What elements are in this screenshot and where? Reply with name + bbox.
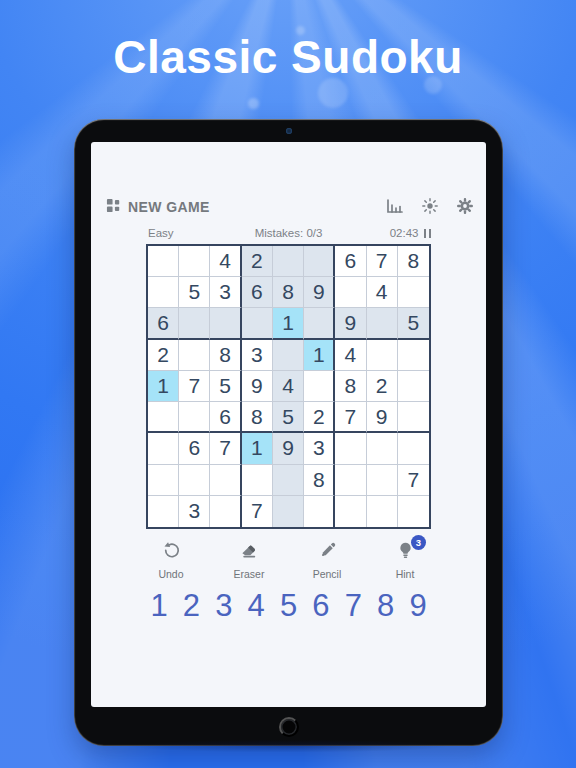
sudoku-cell-r4c1[interactable]: 2 — [148, 340, 179, 371]
sudoku-cell-r6c5[interactable]: 5 — [273, 402, 304, 433]
sudoku-cell-r1c1[interactable] — [148, 246, 179, 277]
sudoku-cell-r9c6[interactable] — [304, 496, 335, 527]
sudoku-cell-r6c9[interactable] — [398, 402, 429, 433]
sudoku-cell-r2c9[interactable] — [398, 277, 429, 308]
statistics-button[interactable] — [386, 198, 404, 217]
app-screen: NEW GAME — [91, 142, 486, 707]
sudoku-cell-r3c2[interactable] — [179, 308, 210, 339]
sudoku-cell-r2c2[interactable]: 5 — [179, 277, 210, 308]
sudoku-cell-r4c8[interactable] — [367, 340, 398, 371]
sudoku-cell-r3c9[interactable]: 5 — [398, 308, 429, 339]
sudoku-cell-r4c9[interactable] — [398, 340, 429, 371]
sudoku-cell-r9c9[interactable] — [398, 496, 429, 527]
sudoku-cell-r6c7[interactable]: 7 — [335, 402, 366, 433]
new-game-grid-icon — [106, 198, 121, 216]
promo-background: Classic Sudoku NEW GAME — [0, 0, 576, 768]
pencil-label: Pencil — [313, 568, 342, 580]
sudoku-cell-r6c8[interactable]: 9 — [367, 402, 398, 433]
new-game-label: NEW GAME — [128, 199, 210, 215]
sudoku-cell-r2c3[interactable]: 3 — [210, 277, 241, 308]
sudoku-board: 4267853689461952831417594826852796719387… — [146, 244, 431, 529]
status-bar: Easy Mistakes: 0/3 02:43 — [146, 227, 431, 242]
header-actions — [386, 197, 474, 218]
sudoku-cell-r5c5[interactable]: 4 — [273, 371, 304, 402]
sudoku-cell-r9c5[interactable] — [273, 496, 304, 527]
hint-label: Hint — [396, 568, 415, 580]
undo-icon — [162, 541, 181, 563]
sudoku-cell-r1c9[interactable]: 8 — [398, 246, 429, 277]
sudoku-cell-r1c2[interactable] — [179, 246, 210, 277]
sudoku-cell-r6c2[interactable] — [179, 402, 210, 433]
sudoku-cell-r1c3[interactable]: 4 — [210, 246, 241, 277]
sudoku-cell-r5c2[interactable]: 7 — [179, 371, 210, 402]
sudoku-cell-r9c2[interactable]: 3 — [179, 496, 210, 527]
numpad-2[interactable]: 2 — [176, 588, 206, 624]
numpad-6[interactable]: 6 — [306, 588, 336, 624]
sudoku-cell-r4c3[interactable]: 8 — [210, 340, 241, 371]
sudoku-cell-r8c3[interactable] — [210, 465, 241, 496]
sudoku-cell-r3c7[interactable]: 9 — [335, 308, 366, 339]
sudoku-cell-r2c5[interactable]: 8 — [273, 277, 304, 308]
sudoku-cell-r6c1[interactable] — [148, 402, 179, 433]
mistakes-label: Mistakes: 0/3 — [146, 227, 431, 239]
sudoku-cell-r9c7[interactable] — [335, 496, 366, 527]
home-button[interactable] — [279, 717, 299, 737]
sudoku-cell-r2c6[interactable]: 9 — [304, 277, 335, 308]
numpad-8[interactable]: 8 — [371, 588, 401, 624]
sudoku-cell-r9c8[interactable] — [367, 496, 398, 527]
sudoku-cell-r5c1[interactable]: 1 — [148, 371, 179, 402]
sudoku-cell-r7c1[interactable] — [148, 433, 179, 464]
sudoku-cell-r7c7[interactable] — [335, 433, 366, 464]
sudoku-cell-r8c7[interactable] — [335, 465, 366, 496]
eraser-button[interactable]: Eraser — [217, 541, 281, 580]
sudoku-cell-r1c7[interactable]: 6 — [335, 246, 366, 277]
sudoku-cell-r1c4[interactable]: 2 — [242, 246, 273, 277]
numpad-1[interactable]: 1 — [144, 588, 174, 624]
sudoku-cell-r7c5[interactable]: 9 — [273, 433, 304, 464]
sudoku-cell-r5c9[interactable] — [398, 371, 429, 402]
bokeh-dot — [248, 98, 259, 109]
sudoku-cell-r8c6[interactable]: 8 — [304, 465, 335, 496]
pencil-button[interactable]: Pencil — [295, 541, 359, 580]
sudoku-cell-r8c1[interactable] — [148, 465, 179, 496]
pencil-icon — [318, 541, 337, 563]
sudoku-cell-r8c9[interactable]: 7 — [398, 465, 429, 496]
sudoku-cell-r8c8[interactable] — [367, 465, 398, 496]
sudoku-cell-r2c4[interactable]: 6 — [242, 277, 273, 308]
sudoku-cell-r7c9[interactable] — [398, 433, 429, 464]
sudoku-cell-r4c2[interactable] — [179, 340, 210, 371]
hint-button[interactable]: Hint 3 — [373, 541, 437, 580]
sudoku-cell-r7c8[interactable] — [367, 433, 398, 464]
undo-button[interactable]: Undo — [139, 541, 203, 580]
tablet-mockup: NEW GAME — [74, 119, 503, 746]
theme-button[interactable] — [421, 197, 439, 218]
sudoku-cell-r6c4[interactable]: 8 — [242, 402, 273, 433]
sudoku-cell-r1c6[interactable] — [304, 246, 335, 277]
sudoku-cell-r8c5[interactable] — [273, 465, 304, 496]
sudoku-cell-r6c3[interactable]: 6 — [210, 402, 241, 433]
new-game-button[interactable]: NEW GAME — [106, 198, 210, 216]
sudoku-cell-r8c2[interactable] — [179, 465, 210, 496]
toolbar: Undo Eraser — [139, 541, 437, 580]
sudoku-cell-r6c6[interactable]: 2 — [304, 402, 335, 433]
sudoku-cell-r4c4[interactable]: 3 — [242, 340, 273, 371]
sudoku-cell-r3c4[interactable] — [242, 308, 273, 339]
timer-value: 02:43 — [390, 227, 419, 239]
numpad-3[interactable]: 3 — [209, 588, 239, 624]
sudoku-cell-r9c4[interactable]: 7 — [242, 496, 273, 527]
tablet-camera — [286, 128, 292, 134]
sudoku-cell-r5c8[interactable]: 2 — [367, 371, 398, 402]
hint-count-badge: 3 — [411, 535, 426, 550]
number-pad: 123456789 — [144, 588, 433, 624]
numpad-4[interactable]: 4 — [241, 588, 271, 624]
timer: 02:43 — [390, 227, 431, 239]
sudoku-cell-r3c8[interactable] — [367, 308, 398, 339]
sudoku-cell-r9c1[interactable] — [148, 496, 179, 527]
sudoku-cell-r5c7[interactable]: 8 — [335, 371, 366, 402]
statistics-icon — [386, 198, 404, 217]
eraser-icon — [239, 541, 259, 563]
app-header: NEW GAME — [106, 195, 474, 219]
numpad-9[interactable]: 9 — [403, 588, 433, 624]
sudoku-cell-r4c6[interactable]: 1 — [304, 340, 335, 371]
numpad-7[interactable]: 7 — [338, 588, 368, 624]
sudoku-cell-r3c1[interactable]: 6 — [148, 308, 179, 339]
sudoku-cell-r4c5[interactable] — [273, 340, 304, 371]
sudoku-cell-r7c6[interactable]: 3 — [304, 433, 335, 464]
sun-icon — [421, 197, 439, 218]
numpad-5[interactable]: 5 — [274, 588, 304, 624]
sudoku-cell-r3c3[interactable] — [210, 308, 241, 339]
sudoku-cell-r7c3[interactable]: 7 — [210, 433, 241, 464]
gear-icon — [456, 197, 474, 218]
sudoku-cell-r5c6[interactable] — [304, 371, 335, 402]
sudoku-cell-r5c4[interactable]: 9 — [242, 371, 273, 402]
sudoku-cell-r7c2[interactable]: 6 — [179, 433, 210, 464]
sudoku-cell-r1c5[interactable] — [273, 246, 304, 277]
sudoku-cell-r4c7[interactable]: 4 — [335, 340, 366, 371]
sudoku-cell-r3c6[interactable] — [304, 308, 335, 339]
sudoku-cell-r7c4[interactable]: 1 — [242, 433, 273, 464]
sudoku-cell-r8c4[interactable] — [242, 465, 273, 496]
settings-button[interactable] — [456, 197, 474, 218]
sudoku-cell-r2c7[interactable] — [335, 277, 366, 308]
undo-label: Undo — [158, 568, 183, 580]
sudoku-cell-r3c5[interactable]: 1 — [273, 308, 304, 339]
sudoku-cell-r2c1[interactable] — [148, 277, 179, 308]
app-title: Classic Sudoku — [0, 30, 576, 84]
pause-button[interactable] — [424, 229, 432, 238]
sudoku-cell-r1c8[interactable]: 7 — [367, 246, 398, 277]
sudoku-cell-r5c3[interactable]: 5 — [210, 371, 241, 402]
eraser-label: Eraser — [234, 568, 265, 580]
sudoku-cell-r2c8[interactable]: 4 — [367, 277, 398, 308]
sudoku-cell-r9c3[interactable] — [210, 496, 241, 527]
